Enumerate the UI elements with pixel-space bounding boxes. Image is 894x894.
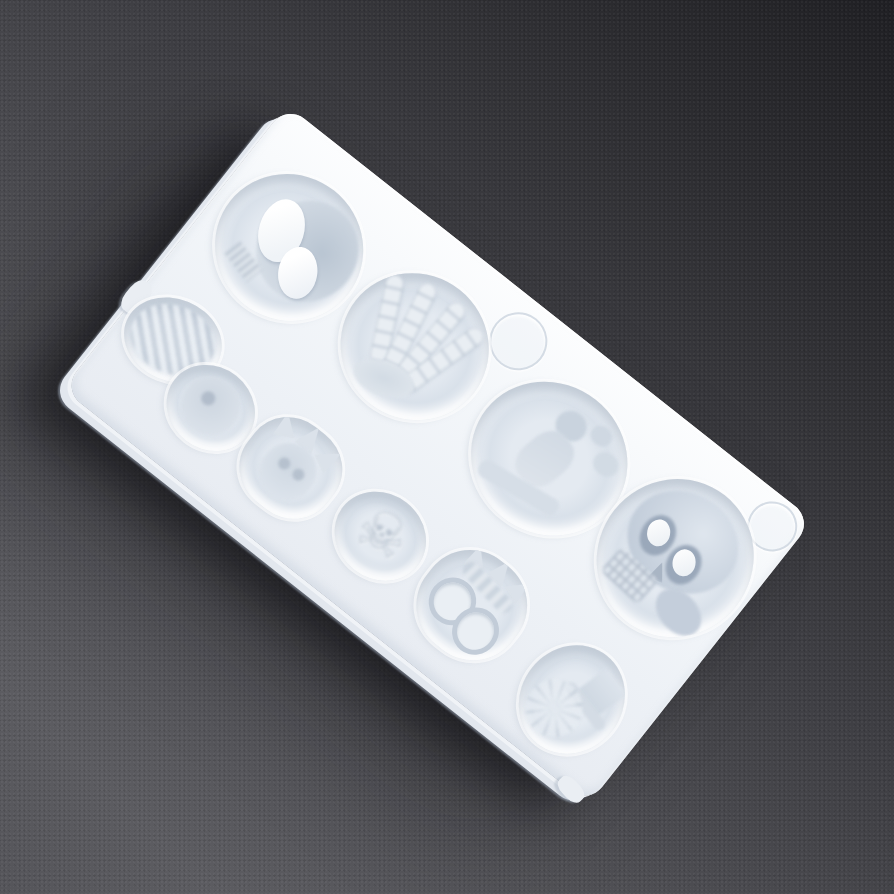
mold-edge-tab-bottom	[554, 772, 588, 806]
faint-circle-mark-top	[478, 301, 559, 382]
skull-relief	[171, 367, 249, 445]
crown-spike	[314, 444, 346, 475]
cavity-top-hat-skull	[497, 624, 646, 775]
relief-bump	[589, 448, 623, 482]
ridged-face	[514, 668, 595, 749]
silicone-mold: ☠	[63, 105, 813, 804]
relief-bump	[587, 421, 617, 450]
skull-face	[248, 431, 328, 512]
product-photo-scene: ☠	[0, 0, 894, 894]
crown-spike	[273, 410, 299, 438]
